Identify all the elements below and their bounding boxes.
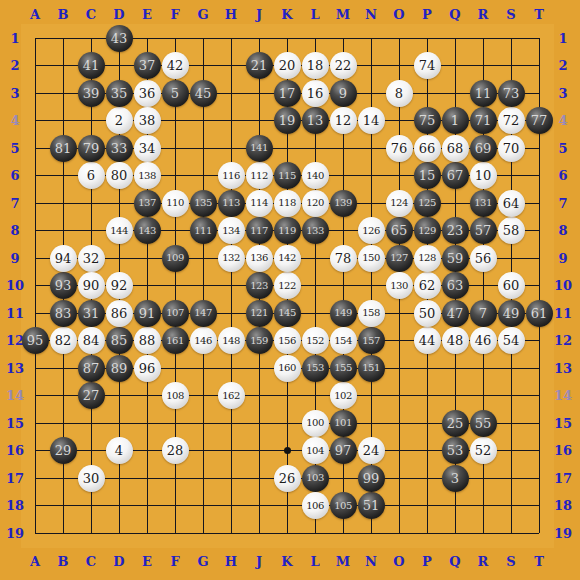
star-point-K16 — [284, 447, 291, 454]
black-stone-149-M11[interactable]: 149 — [330, 300, 357, 327]
col-label-L: L — [301, 553, 329, 569]
white-stone-152-L12[interactable]: 152 — [302, 327, 329, 354]
black-stone-135-G7[interactable]: 135 — [190, 190, 217, 217]
move-number: 71 — [475, 114, 492, 127]
white-stone-32-C9[interactable]: 32 — [78, 245, 105, 272]
move-number: 34 — [139, 142, 156, 155]
black-stone-71-R4[interactable]: 71 — [470, 107, 497, 134]
black-stone-49-S11[interactable]: 49 — [498, 300, 525, 327]
move-number: 110 — [166, 198, 184, 208]
col-label-C: C — [77, 6, 105, 22]
black-stone-75-P4[interactable]: 75 — [414, 107, 441, 134]
move-number: 122 — [278, 281, 296, 291]
move-number: 67 — [447, 169, 464, 182]
row-label-8: 8 — [550, 217, 576, 245]
black-stone-105-M18[interactable]: 105 — [330, 492, 357, 519]
black-stone-45-G3[interactable]: 45 — [190, 80, 217, 107]
white-stone-66-P5[interactable]: 66 — [414, 135, 441, 162]
black-stone-129-P8[interactable]: 129 — [414, 217, 441, 244]
move-number: 128 — [418, 253, 436, 263]
white-stone-82-B12[interactable]: 82 — [50, 327, 77, 354]
black-stone-13-L4[interactable]: 13 — [302, 107, 329, 134]
move-number: 59 — [447, 252, 464, 265]
black-stone-159-J12[interactable]: 159 — [246, 327, 273, 354]
move-number: 146 — [194, 336, 212, 346]
move-number: 150 — [362, 253, 380, 263]
white-stone-158-N11[interactable]: 158 — [358, 300, 385, 327]
black-stone-143-E8[interactable]: 143 — [134, 217, 161, 244]
white-stone-42-F2[interactable]: 42 — [162, 52, 189, 79]
white-stone-130-O10[interactable]: 130 — [386, 272, 413, 299]
move-number: 76 — [391, 142, 408, 155]
move-number: 91 — [139, 307, 156, 320]
move-number: 133 — [306, 226, 324, 236]
black-stone-87-C13[interactable]: 87 — [78, 355, 105, 382]
black-stone-93-B10[interactable]: 93 — [50, 272, 77, 299]
black-stone-67-Q6[interactable]: 67 — [442, 162, 469, 189]
white-stone-114-J7[interactable]: 114 — [246, 190, 273, 217]
row-label-16: 16 — [550, 437, 576, 465]
col-label-A: A — [21, 553, 49, 569]
white-stone-50-P11[interactable]: 50 — [414, 300, 441, 327]
col-label-B: B — [49, 6, 77, 22]
white-stone-44-P12[interactable]: 44 — [414, 327, 441, 354]
col-label-H: H — [217, 6, 245, 22]
move-number: 31 — [83, 307, 100, 320]
white-stone-2-D4[interactable]: 2 — [106, 107, 133, 134]
white-stone-18-L2[interactable]: 18 — [302, 52, 329, 79]
move-number: 14 — [363, 114, 380, 127]
black-stone-81-B5[interactable]: 81 — [50, 135, 77, 162]
move-number: 44 — [419, 334, 436, 347]
white-stone-110-F7[interactable]: 110 — [162, 190, 189, 217]
black-stone-151-N13[interactable]: 151 — [358, 355, 385, 382]
move-number: 152 — [306, 336, 324, 346]
move-number: 17 — [279, 87, 296, 100]
move-number: 135 — [194, 198, 212, 208]
move-number: 116 — [222, 171, 240, 181]
black-stone-125-P7[interactable]: 125 — [414, 190, 441, 217]
row-label-4: 4 — [550, 107, 576, 135]
move-number: 21 — [251, 59, 268, 72]
white-stone-144-D8[interactable]: 144 — [106, 217, 133, 244]
move-number: 25 — [447, 417, 464, 430]
white-stone-60-S10[interactable]: 60 — [498, 272, 525, 299]
move-number: 156 — [278, 336, 296, 346]
white-stone-54-S12[interactable]: 54 — [498, 327, 525, 354]
move-number: 78 — [335, 252, 352, 265]
white-stone-120-L7[interactable]: 120 — [302, 190, 329, 217]
white-stone-20-K2[interactable]: 20 — [274, 52, 301, 79]
move-number: 77 — [531, 114, 548, 127]
move-number: 5 — [171, 87, 179, 100]
move-number: 50 — [419, 307, 436, 320]
move-number: 69 — [475, 142, 492, 155]
col-label-J: J — [245, 6, 273, 22]
col-label-K: K — [273, 6, 301, 22]
black-stone-95-A12[interactable]: 95 — [22, 327, 49, 354]
black-stone-19-K4[interactable]: 19 — [274, 107, 301, 134]
move-number: 35 — [111, 87, 128, 100]
move-number: 56 — [475, 252, 492, 265]
move-number: 81 — [55, 142, 72, 155]
white-stone-88-E12[interactable]: 88 — [134, 327, 161, 354]
move-number: 144 — [110, 226, 128, 236]
white-stone-122-K10[interactable]: 122 — [274, 272, 301, 299]
black-stone-27-C14[interactable]: 27 — [78, 382, 105, 409]
move-number: 3 — [451, 472, 459, 485]
row-label-10: 10 — [550, 272, 576, 300]
white-stone-14-N4[interactable]: 14 — [358, 107, 385, 134]
black-stone-157-N12[interactable]: 157 — [358, 327, 385, 354]
white-stone-58-S8[interactable]: 58 — [498, 217, 525, 244]
move-number: 9 — [339, 87, 347, 100]
move-number: 72 — [503, 114, 520, 127]
black-stone-69-R5[interactable]: 69 — [470, 135, 497, 162]
white-stone-52-R16[interactable]: 52 — [470, 437, 497, 464]
move-number: 20 — [279, 59, 296, 72]
move-number: 22 — [335, 59, 352, 72]
move-number: 74 — [419, 59, 436, 72]
white-stone-148-H12[interactable]: 148 — [218, 327, 245, 354]
black-stone-137-E7[interactable]: 137 — [134, 190, 161, 217]
black-stone-127-O9[interactable]: 127 — [386, 245, 413, 272]
white-stone-90-C10[interactable]: 90 — [78, 272, 105, 299]
move-number: 4 — [115, 444, 123, 457]
col-label-M: M — [329, 6, 357, 22]
white-stone-62-P10[interactable]: 62 — [414, 272, 441, 299]
white-stone-104-L16[interactable]: 104 — [302, 437, 329, 464]
move-number: 138 — [138, 171, 156, 181]
black-stone-53-Q16[interactable]: 53 — [442, 437, 469, 464]
black-stone-9-M3[interactable]: 9 — [330, 80, 357, 107]
move-number: 161 — [166, 336, 184, 346]
move-number: 117 — [250, 226, 268, 236]
white-stone-8-O3[interactable]: 8 — [386, 80, 413, 107]
black-stone-91-E11[interactable]: 91 — [134, 300, 161, 327]
black-stone-141-J5[interactable]: 141 — [246, 135, 273, 162]
white-stone-76-O5[interactable]: 76 — [386, 135, 413, 162]
white-stone-150-N9[interactable]: 150 — [358, 245, 385, 272]
black-stone-35-D3[interactable]: 35 — [106, 80, 133, 107]
black-stone-133-L8[interactable]: 133 — [302, 217, 329, 244]
move-number: 82 — [55, 334, 72, 347]
move-number: 19 — [279, 114, 296, 127]
move-number: 114 — [250, 198, 268, 208]
white-stone-80-D6[interactable]: 80 — [106, 162, 133, 189]
row-label-12: 12 — [550, 327, 576, 355]
black-stone-51-N18[interactable]: 51 — [358, 492, 385, 519]
col-label-Q: Q — [441, 6, 469, 22]
move-number: 68 — [447, 142, 464, 155]
move-number: 86 — [111, 307, 128, 320]
move-number: 90 — [83, 279, 100, 292]
white-stone-28-F16[interactable]: 28 — [162, 437, 189, 464]
move-number: 38 — [139, 114, 156, 127]
move-number: 103 — [306, 473, 324, 483]
white-stone-30-C17[interactable]: 30 — [78, 465, 105, 492]
white-stone-108-F14[interactable]: 108 — [162, 382, 189, 409]
move-number: 18 — [307, 59, 324, 72]
move-number: 26 — [279, 472, 296, 485]
move-number: 80 — [111, 169, 128, 182]
move-number: 64 — [503, 197, 520, 210]
black-stone-73-S3[interactable]: 73 — [498, 80, 525, 107]
move-number: 52 — [475, 444, 492, 457]
move-number: 27 — [83, 389, 100, 402]
black-stone-57-R8[interactable]: 57 — [470, 217, 497, 244]
white-stone-94-B9[interactable]: 94 — [50, 245, 77, 272]
black-stone-85-D12[interactable]: 85 — [106, 327, 133, 354]
row-label-6: 6 — [550, 162, 576, 190]
move-number: 28 — [167, 444, 184, 457]
move-number: 83 — [55, 307, 72, 320]
row-label-15: 15 — [550, 409, 576, 437]
move-number: 136 — [250, 253, 268, 263]
black-stone-29-B16[interactable]: 29 — [50, 437, 77, 464]
white-stone-36-E3[interactable]: 36 — [134, 80, 161, 107]
black-stone-15-P6[interactable]: 15 — [414, 162, 441, 189]
white-stone-74-P2[interactable]: 74 — [414, 52, 441, 79]
black-stone-3-Q17[interactable]: 3 — [442, 465, 469, 492]
white-stone-116-H6[interactable]: 116 — [218, 162, 245, 189]
white-stone-86-D11[interactable]: 86 — [106, 300, 133, 327]
move-number: 157 — [362, 336, 380, 346]
white-stone-140-L6[interactable]: 140 — [302, 162, 329, 189]
move-number: 47 — [447, 307, 464, 320]
move-number: 7 — [479, 307, 487, 320]
go-board[interactable]: 1234567891011121314151617181920212223242… — [21, 24, 553, 547]
white-stone-68-Q5[interactable]: 68 — [442, 135, 469, 162]
move-number: 141 — [250, 143, 268, 153]
white-stone-118-K7[interactable]: 118 — [274, 190, 301, 217]
black-stone-7-R11[interactable]: 7 — [470, 300, 497, 327]
row-label-13: 13 — [550, 354, 576, 382]
white-stone-156-K12[interactable]: 156 — [274, 327, 301, 354]
move-number: 30 — [83, 472, 100, 485]
move-number: 63 — [447, 279, 464, 292]
black-stone-139-M7[interactable]: 139 — [330, 190, 357, 217]
black-stone-61-T11[interactable]: 61 — [526, 300, 553, 327]
col-label-R: R — [469, 6, 497, 22]
white-stone-134-H8[interactable]: 134 — [218, 217, 245, 244]
col-label-B: B — [49, 553, 77, 569]
white-stone-96-E13[interactable]: 96 — [134, 355, 161, 382]
white-stone-56-R9[interactable]: 56 — [470, 245, 497, 272]
white-stone-78-M9[interactable]: 78 — [330, 245, 357, 272]
move-number: 66 — [419, 142, 436, 155]
black-stone-37-E2[interactable]: 37 — [134, 52, 161, 79]
move-number: 61 — [531, 307, 548, 320]
black-stone-107-F11[interactable]: 107 — [162, 300, 189, 327]
white-stone-12-M4[interactable]: 12 — [330, 107, 357, 134]
move-number: 84 — [83, 334, 100, 347]
move-number: 41 — [83, 59, 100, 72]
white-stone-46-R12[interactable]: 46 — [470, 327, 497, 354]
black-stone-155-M13[interactable]: 155 — [330, 355, 357, 382]
move-number: 96 — [139, 362, 156, 375]
white-stone-34-E5[interactable]: 34 — [134, 135, 161, 162]
move-number: 127 — [390, 253, 408, 263]
move-number: 105 — [334, 501, 352, 511]
move-number: 2 — [115, 114, 123, 127]
move-number: 143 — [138, 226, 156, 236]
black-stone-101-M15[interactable]: 101 — [330, 410, 357, 437]
black-stone-83-B11[interactable]: 83 — [50, 300, 77, 327]
black-stone-41-C2[interactable]: 41 — [78, 52, 105, 79]
white-stone-26-K17[interactable]: 26 — [274, 465, 301, 492]
black-stone-79-C5[interactable]: 79 — [78, 135, 105, 162]
black-stone-77-T4[interactable]: 77 — [526, 107, 553, 134]
black-stone-131-R7[interactable]: 131 — [470, 190, 497, 217]
row-label-9: 9 — [550, 244, 576, 272]
move-number: 111 — [194, 226, 212, 236]
black-stone-63-Q10[interactable]: 63 — [442, 272, 469, 299]
move-number: 101 — [334, 418, 352, 428]
white-stone-100-L15[interactable]: 100 — [302, 410, 329, 437]
black-stone-123-J10[interactable]: 123 — [246, 272, 273, 299]
black-stone-43-D1[interactable]: 43 — [106, 25, 133, 52]
white-stone-160-K13[interactable]: 160 — [274, 355, 301, 382]
black-stone-115-K6[interactable]: 115 — [274, 162, 301, 189]
black-stone-23-Q8[interactable]: 23 — [442, 217, 469, 244]
black-stone-109-F9[interactable]: 109 — [162, 245, 189, 272]
white-stone-132-H9[interactable]: 132 — [218, 245, 245, 272]
move-number: 54 — [503, 334, 520, 347]
black-stone-25-Q15[interactable]: 25 — [442, 410, 469, 437]
col-label-K: K — [273, 553, 301, 569]
move-number: 42 — [167, 59, 184, 72]
col-label-O: O — [385, 553, 413, 569]
white-stone-146-G12[interactable]: 146 — [190, 327, 217, 354]
white-stone-126-N8[interactable]: 126 — [358, 217, 385, 244]
col-label-F: F — [161, 6, 189, 22]
move-number: 109 — [166, 253, 184, 263]
white-stone-16-L3[interactable]: 16 — [302, 80, 329, 107]
black-stone-5-F3[interactable]: 5 — [162, 80, 189, 107]
black-stone-161-F12[interactable]: 161 — [162, 327, 189, 354]
move-number: 73 — [503, 87, 520, 100]
black-stone-31-C11[interactable]: 31 — [78, 300, 105, 327]
move-number: 89 — [111, 362, 128, 375]
move-number: 92 — [111, 279, 128, 292]
white-stone-72-S4[interactable]: 72 — [498, 107, 525, 134]
col-label-A: A — [21, 6, 49, 22]
white-stone-154-M12[interactable]: 154 — [330, 327, 357, 354]
black-stone-33-D5[interactable]: 33 — [106, 135, 133, 162]
move-number: 6 — [87, 169, 95, 182]
white-stone-48-Q12[interactable]: 48 — [442, 327, 469, 354]
black-stone-119-K8[interactable]: 119 — [274, 217, 301, 244]
white-stone-102-M14[interactable]: 102 — [330, 382, 357, 409]
black-stone-121-J11[interactable]: 121 — [246, 300, 273, 327]
move-number: 108 — [166, 391, 184, 401]
black-stone-55-R15[interactable]: 55 — [470, 410, 497, 437]
col-label-O: O — [385, 6, 413, 22]
black-stone-97-M16[interactable]: 97 — [330, 437, 357, 464]
black-stone-113-H7[interactable]: 113 — [218, 190, 245, 217]
col-label-D: D — [105, 6, 133, 22]
move-number: 93 — [55, 279, 72, 292]
black-stone-103-L17[interactable]: 103 — [302, 465, 329, 492]
white-stone-24-N16[interactable]: 24 — [358, 437, 385, 464]
move-number: 13 — [307, 114, 324, 127]
move-number: 95 — [27, 334, 44, 347]
black-stone-89-D13[interactable]: 89 — [106, 355, 133, 382]
white-stone-38-E4[interactable]: 38 — [134, 107, 161, 134]
col-label-H: H — [217, 553, 245, 569]
white-stone-136-J9[interactable]: 136 — [246, 245, 273, 272]
move-number: 57 — [475, 224, 492, 237]
white-stone-142-K9[interactable]: 142 — [274, 245, 301, 272]
white-stone-22-M2[interactable]: 22 — [330, 52, 357, 79]
move-number: 113 — [222, 198, 240, 208]
white-stone-64-S7[interactable]: 64 — [498, 190, 525, 217]
move-number: 102 — [334, 391, 352, 401]
col-label-N: N — [357, 6, 385, 22]
move-number: 12 — [335, 114, 352, 127]
black-stone-153-L13[interactable]: 153 — [302, 355, 329, 382]
move-number: 115 — [278, 171, 296, 181]
black-stone-111-G8[interactable]: 111 — [190, 217, 217, 244]
move-number: 85 — [111, 334, 128, 347]
move-number: 36 — [139, 87, 156, 100]
white-stone-112-J6[interactable]: 112 — [246, 162, 273, 189]
black-stone-147-G11[interactable]: 147 — [190, 300, 217, 327]
white-stone-6-C6[interactable]: 6 — [78, 162, 105, 189]
black-stone-65-O8[interactable]: 65 — [386, 217, 413, 244]
black-stone-47-Q11[interactable]: 47 — [442, 300, 469, 327]
black-stone-11-R3[interactable]: 11 — [470, 80, 497, 107]
white-stone-124-O7[interactable]: 124 — [386, 190, 413, 217]
move-number: 100 — [306, 418, 324, 428]
col-label-L: L — [301, 6, 329, 22]
black-stone-39-C3[interactable]: 39 — [78, 80, 105, 107]
col-label-G: G — [189, 6, 217, 22]
col-label-F: F — [161, 553, 189, 569]
white-stone-162-H14[interactable]: 162 — [218, 382, 245, 409]
move-number: 137 — [138, 198, 156, 208]
move-number: 118 — [278, 198, 296, 208]
white-stone-4-D16[interactable]: 4 — [106, 437, 133, 464]
move-number: 49 — [503, 307, 520, 320]
move-number: 75 — [419, 114, 436, 127]
move-number: 158 — [362, 308, 380, 318]
move-number: 55 — [475, 417, 492, 430]
white-stone-106-L18[interactable]: 106 — [302, 492, 329, 519]
white-stone-10-R6[interactable]: 10 — [470, 162, 497, 189]
black-stone-99-N17[interactable]: 99 — [358, 465, 385, 492]
move-number: 142 — [278, 253, 296, 263]
move-number: 97 — [335, 444, 352, 457]
black-stone-59-Q9[interactable]: 59 — [442, 245, 469, 272]
move-number: 155 — [334, 363, 352, 373]
black-stone-145-K11[interactable]: 145 — [274, 300, 301, 327]
row-label-1: 1 — [550, 24, 576, 52]
white-stone-92-D10[interactable]: 92 — [106, 272, 133, 299]
white-stone-138-E6[interactable]: 138 — [134, 162, 161, 189]
black-stone-17-K3[interactable]: 17 — [274, 80, 301, 107]
col-label-E: E — [133, 6, 161, 22]
black-stone-1-Q4[interactable]: 1 — [442, 107, 469, 134]
col-label-J: J — [245, 553, 273, 569]
black-stone-21-J2[interactable]: 21 — [246, 52, 273, 79]
white-stone-70-S5[interactable]: 70 — [498, 135, 525, 162]
white-stone-84-C12[interactable]: 84 — [78, 327, 105, 354]
col-label-T: T — [525, 553, 553, 569]
black-stone-117-J8[interactable]: 117 — [246, 217, 273, 244]
white-stone-128-P9[interactable]: 128 — [414, 245, 441, 272]
